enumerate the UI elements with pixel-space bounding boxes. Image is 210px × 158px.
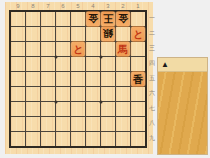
shogi-board-grid[interactable]: 金王金銀とと馬香: [9, 10, 147, 148]
board-square-8八[interactable]: [26, 117, 40, 131]
board-square-2九[interactable]: [116, 132, 130, 146]
board-square-6二[interactable]: [56, 27, 70, 41]
board-square-7九[interactable]: [41, 132, 55, 146]
board-square-7六[interactable]: [41, 87, 55, 101]
board-square-6一[interactable]: [56, 12, 70, 26]
board-square-8二[interactable]: [26, 27, 40, 41]
board-square-2三[interactable]: 馬: [116, 42, 130, 56]
board-square-8五[interactable]: [26, 72, 40, 86]
board-square-9二[interactable]: [11, 27, 25, 41]
star-point: [54, 55, 57, 58]
board-square-6九[interactable]: [56, 132, 70, 146]
board-square-2二[interactable]: [116, 27, 130, 41]
board-square-1九[interactable]: [131, 132, 145, 146]
shogi-piece-金-gote[interactable]: 金: [87, 12, 100, 26]
board-square-9八[interactable]: [11, 117, 25, 131]
rank-label: 九: [148, 131, 156, 145]
board-square-4五[interactable]: [86, 72, 100, 86]
board-square-7七[interactable]: [41, 102, 55, 116]
board-square-4三[interactable]: [86, 42, 100, 56]
board-square-1六[interactable]: [131, 87, 145, 101]
board-square-3五[interactable]: [101, 72, 115, 86]
board-square-7三[interactable]: [41, 42, 55, 56]
board-square-6六[interactable]: [56, 87, 70, 101]
board-square-5五[interactable]: [71, 72, 85, 86]
board-square-9九[interactable]: [11, 132, 25, 146]
board-square-8一[interactable]: [26, 12, 40, 26]
rank-label: 二: [148, 26, 156, 40]
rank-label: 三: [148, 41, 156, 55]
board-square-2五[interactable]: [116, 72, 130, 86]
file-label: 8: [26, 2, 40, 10]
star-point: [99, 55, 102, 58]
board-square-5八[interactable]: [71, 117, 85, 131]
board-square-1一[interactable]: [131, 12, 145, 26]
shogi-piece-金-gote[interactable]: 金: [117, 12, 130, 26]
board-square-6四[interactable]: [56, 57, 70, 71]
board-square-6三[interactable]: [56, 42, 70, 56]
board-square-6五[interactable]: [56, 72, 70, 86]
board-square-2一[interactable]: 金: [116, 12, 130, 26]
board-square-9一[interactable]: [11, 12, 25, 26]
board-square-2六[interactable]: [116, 87, 130, 101]
board-square-7四[interactable]: [41, 57, 55, 71]
rank-label: 一: [148, 11, 156, 25]
board-square-1四[interactable]: [131, 57, 145, 71]
board-square-7五[interactable]: [41, 72, 55, 86]
board-square-2四[interactable]: [116, 57, 130, 71]
board-square-3七[interactable]: [101, 102, 115, 116]
board-square-5一[interactable]: [71, 12, 85, 26]
board-square-4二[interactable]: [86, 27, 100, 41]
board-square-3九[interactable]: [101, 132, 115, 146]
board-square-3四[interactable]: [101, 57, 115, 71]
board-square-5三[interactable]: と: [71, 42, 85, 56]
rank-labels: 一二三四五六七八九: [148, 11, 156, 145]
board-square-4九[interactable]: [86, 132, 100, 146]
board-square-3一[interactable]: 王: [101, 12, 115, 26]
sente-turn-indicator: ▲: [161, 58, 169, 71]
star-point: [54, 100, 57, 103]
board-square-4六[interactable]: [86, 87, 100, 101]
rank-label: 七: [148, 101, 156, 115]
board-square-8七[interactable]: [26, 102, 40, 116]
file-label: 9: [11, 2, 25, 10]
board-square-3二[interactable]: 銀: [101, 27, 115, 41]
board-square-9五[interactable]: [11, 72, 25, 86]
board-square-2七[interactable]: [116, 102, 130, 116]
board-square-4七[interactable]: [86, 102, 100, 116]
file-label: 1: [131, 2, 145, 10]
board-square-8四[interactable]: [26, 57, 40, 71]
board-square-7一[interactable]: [41, 12, 55, 26]
board-square-2八[interactable]: [116, 117, 130, 131]
hand-tray-header: ▲: [158, 58, 207, 72]
file-labels: 987654321: [9, 2, 147, 10]
shogi-board-panel: 987654321 金王金銀とと馬香 一二三四五六七八九: [5, 2, 153, 154]
board-square-5四[interactable]: [71, 57, 85, 71]
board-square-1三[interactable]: [131, 42, 145, 56]
file-label: 6: [56, 2, 70, 10]
board-square-8九[interactable]: [26, 132, 40, 146]
board-square-5二[interactable]: [71, 27, 85, 41]
rank-label: 六: [148, 86, 156, 100]
star-point: [99, 100, 102, 103]
shogi-piece-香-sente[interactable]: 香: [132, 72, 145, 86]
board-square-9七[interactable]: [11, 102, 25, 116]
board-square-8三[interactable]: [26, 42, 40, 56]
rank-label: 八: [148, 116, 156, 130]
file-label: 4: [86, 2, 100, 10]
shogi-piece-と-sente[interactable]: と: [132, 27, 145, 41]
board-square-1七[interactable]: [131, 102, 145, 116]
board-square-5七[interactable]: [71, 102, 85, 116]
file-label: 5: [71, 2, 85, 10]
rank-label: 四: [148, 56, 156, 70]
board-square-4一[interactable]: 金: [86, 12, 100, 26]
board-square-5九[interactable]: [71, 132, 85, 146]
shogi-piece-王-gote[interactable]: 王: [102, 12, 115, 26]
board-square-1八[interactable]: [131, 117, 145, 131]
board-square-5六[interactable]: [71, 87, 85, 101]
board-square-4四[interactable]: [86, 57, 100, 71]
board-square-9四[interactable]: [11, 57, 25, 71]
sente-hand-tray: ▲: [157, 57, 208, 155]
shogi-piece-馬-sente[interactable]: 馬: [117, 42, 130, 56]
shogi-piece-と-sente[interactable]: と: [72, 42, 85, 56]
board-square-6七[interactable]: [56, 102, 70, 116]
board-square-7二[interactable]: [41, 27, 55, 41]
board-square-9六[interactable]: [11, 87, 25, 101]
file-label: 7: [41, 2, 55, 10]
board-square-6八[interactable]: [56, 117, 70, 131]
board-square-7八[interactable]: [41, 117, 55, 131]
shogi-piece-銀-gote[interactable]: 銀: [102, 27, 115, 41]
hand-tray-pieces: [158, 72, 207, 154]
board-square-4八[interactable]: [86, 117, 100, 131]
rank-label: 五: [148, 71, 156, 85]
file-label: 2: [116, 2, 130, 10]
board-square-1五[interactable]: 香: [131, 72, 145, 86]
board-square-1二[interactable]: と: [131, 27, 145, 41]
board-square-3六[interactable]: [101, 87, 115, 101]
board-square-3三[interactable]: [101, 42, 115, 56]
file-label: 3: [101, 2, 115, 10]
board-square-8六[interactable]: [26, 87, 40, 101]
board-square-9三[interactable]: [11, 42, 25, 56]
board-square-3八[interactable]: [101, 117, 115, 131]
